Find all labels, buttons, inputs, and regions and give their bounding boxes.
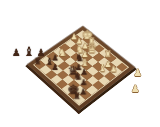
board-grid: ♚♜♜♟♟♟♛♟♟♞♟♝♞♝♞♟♟♟♛♞♟♝♟♟♜♚♜ — [34, 31, 127, 104]
captured-white-pawn[interactable]: ♟ — [131, 84, 140, 94]
square-a2[interactable]: ♟ — [110, 67, 122, 76]
captured-black-pieces-tray: ♟♝♟ — [12, 41, 46, 58]
white-rook[interactable]: ♜ — [104, 50, 112, 59]
chess-set-photo: ♚♜♜♟♟♟♛♟♟♞♟♝♞♝♞♟♟♟♛♞♟♝♟♟♜♚♜ — [0, 0, 160, 127]
captured-white-pieces-tray: ♟♟ — [131, 68, 145, 94]
captured-black-bishop[interactable]: ♝ — [23, 45, 35, 58]
black-pawn[interactable]: ♟ — [79, 78, 87, 86]
white-pawn[interactable]: ♟ — [110, 65, 118, 73]
black-rook[interactable]: ♜ — [73, 92, 82, 101]
captured-black-pawn[interactable]: ♟ — [37, 48, 46, 58]
captured-black-pawn[interactable]: ♟ — [12, 48, 21, 58]
white-bishop[interactable]: ♝ — [98, 63, 106, 73]
chess-board: ♚♜♜♟♟♟♛♟♟♞♟♝♞♝♞♟♟♟♛♞♟♝♟♟♜♚♜ — [27, 26, 134, 110]
black-pawn[interactable]: ♟ — [51, 64, 59, 72]
board-frame: ♚♜♜♟♟♟♛♟♟♞♟♝♞♝♞♟♟♟♛♞♟♝♟♟♜♚♜ — [27, 26, 134, 110]
captured-white-pawn[interactable]: ♟ — [134, 68, 143, 78]
